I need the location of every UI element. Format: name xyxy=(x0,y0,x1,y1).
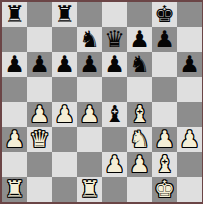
square-b4[interactable]: ♟ xyxy=(27,102,52,127)
white-bishop-g2[interactable]: ♝ xyxy=(154,152,175,177)
black-knight-f6[interactable]: ♞ xyxy=(129,52,150,77)
square-d4[interactable]: ♟ xyxy=(77,102,102,127)
square-d5[interactable] xyxy=(77,77,102,102)
square-a2[interactable] xyxy=(2,152,27,177)
square-h1[interactable] xyxy=(177,177,202,202)
white-knight-f3[interactable]: ♞ xyxy=(129,127,150,152)
square-b7[interactable] xyxy=(27,27,52,52)
white-pawn-b4[interactable]: ♟ xyxy=(29,102,50,127)
square-f5[interactable] xyxy=(127,77,152,102)
square-b2[interactable] xyxy=(27,152,52,177)
black-knight-d7[interactable]: ♞ xyxy=(79,27,100,52)
white-pawn-f2[interactable]: ♟ xyxy=(129,152,150,177)
black-pawn-a6[interactable]: ♟ xyxy=(4,52,25,77)
square-h8[interactable] xyxy=(177,2,202,27)
square-a3[interactable]: ♟ xyxy=(2,127,27,152)
square-b8[interactable] xyxy=(27,2,52,27)
black-pawn-g7[interactable]: ♟ xyxy=(154,27,175,52)
white-bishop-f4[interactable]: ♝ xyxy=(129,102,150,127)
square-e2[interactable]: ♟ xyxy=(102,152,127,177)
black-queen-e7[interactable]: ♛ xyxy=(104,27,125,52)
square-c3[interactable] xyxy=(52,127,77,152)
square-e1[interactable] xyxy=(102,177,127,202)
black-king-g8[interactable]: ♚ xyxy=(154,2,175,27)
black-pawn-f7[interactable]: ♟ xyxy=(129,27,150,52)
square-d1[interactable]: ♜ xyxy=(77,177,102,202)
black-rook-a8[interactable]: ♜ xyxy=(4,2,25,27)
chess-board: ♜♜♚♞♛♟♟♟♟♟♟♟♞♟♟♟♟♝♝♟♛♞♟♟♟♟♝♜♜♚ xyxy=(2,2,202,202)
white-pawn-e2[interactable]: ♟ xyxy=(104,152,125,177)
square-f1[interactable] xyxy=(127,177,152,202)
square-f3[interactable]: ♞ xyxy=(127,127,152,152)
square-g7[interactable]: ♟ xyxy=(152,27,177,52)
square-a5[interactable] xyxy=(2,77,27,102)
square-a8[interactable]: ♜ xyxy=(2,2,27,27)
square-h4[interactable] xyxy=(177,102,202,127)
square-g1[interactable]: ♚ xyxy=(152,177,177,202)
black-pawn-d6[interactable]: ♟ xyxy=(79,52,100,77)
board-frame: ♜♜♚♞♛♟♟♟♟♟♟♟♞♟♟♟♟♝♝♟♛♞♟♟♟♟♝♜♜♚ xyxy=(0,0,203,204)
square-c1[interactable] xyxy=(52,177,77,202)
black-pawn-e6[interactable]: ♟ xyxy=(104,52,125,77)
square-h3[interactable]: ♟ xyxy=(177,127,202,152)
square-h6[interactable]: ♟ xyxy=(177,52,202,77)
square-d8[interactable] xyxy=(77,2,102,27)
square-h7[interactable] xyxy=(177,27,202,52)
square-f6[interactable]: ♞ xyxy=(127,52,152,77)
square-a6[interactable]: ♟ xyxy=(2,52,27,77)
white-pawn-c4[interactable]: ♟ xyxy=(54,102,75,127)
square-f7[interactable]: ♟ xyxy=(127,27,152,52)
black-rook-c8[interactable]: ♜ xyxy=(54,2,75,27)
square-g4[interactable] xyxy=(152,102,177,127)
square-b6[interactable]: ♟ xyxy=(27,52,52,77)
square-d7[interactable]: ♞ xyxy=(77,27,102,52)
square-g2[interactable]: ♝ xyxy=(152,152,177,177)
square-b3[interactable]: ♛ xyxy=(27,127,52,152)
white-pawn-g3[interactable]: ♟ xyxy=(154,127,175,152)
white-pawn-h3[interactable]: ♟ xyxy=(179,127,200,152)
black-pawn-b6[interactable]: ♟ xyxy=(29,52,50,77)
square-c8[interactable]: ♜ xyxy=(52,2,77,27)
white-rook-d1[interactable]: ♜ xyxy=(79,177,100,202)
square-c5[interactable] xyxy=(52,77,77,102)
square-g5[interactable] xyxy=(152,77,177,102)
square-d6[interactable]: ♟ xyxy=(77,52,102,77)
square-c4[interactable]: ♟ xyxy=(52,102,77,127)
square-c7[interactable] xyxy=(52,27,77,52)
black-pawn-h6[interactable]: ♟ xyxy=(179,52,200,77)
square-f8[interactable] xyxy=(127,2,152,27)
square-h5[interactable] xyxy=(177,77,202,102)
white-pawn-d4[interactable]: ♟ xyxy=(79,102,100,127)
square-g3[interactable]: ♟ xyxy=(152,127,177,152)
square-e3[interactable] xyxy=(102,127,127,152)
square-d3[interactable] xyxy=(77,127,102,152)
white-queen-b3[interactable]: ♛ xyxy=(29,127,50,152)
square-a1[interactable]: ♜ xyxy=(2,177,27,202)
square-b1[interactable] xyxy=(27,177,52,202)
square-b5[interactable] xyxy=(27,77,52,102)
square-c6[interactable]: ♟ xyxy=(52,52,77,77)
square-g6[interactable] xyxy=(152,52,177,77)
square-e7[interactable]: ♛ xyxy=(102,27,127,52)
square-c2[interactable] xyxy=(52,152,77,177)
square-d2[interactable] xyxy=(77,152,102,177)
square-h2[interactable] xyxy=(177,152,202,177)
square-f2[interactable]: ♟ xyxy=(127,152,152,177)
white-rook-a1[interactable]: ♜ xyxy=(4,177,25,202)
square-a7[interactable] xyxy=(2,27,27,52)
square-f4[interactable]: ♝ xyxy=(127,102,152,127)
square-e5[interactable] xyxy=(102,77,127,102)
square-a4[interactable] xyxy=(2,102,27,127)
black-pawn-c6[interactable]: ♟ xyxy=(54,52,75,77)
white-king-g1[interactable]: ♚ xyxy=(154,177,175,202)
white-pawn-a3[interactable]: ♟ xyxy=(4,127,25,152)
square-g8[interactable]: ♚ xyxy=(152,2,177,27)
square-e6[interactable]: ♟ xyxy=(102,52,127,77)
square-e8[interactable] xyxy=(102,2,127,27)
black-bishop-e4[interactable]: ♝ xyxy=(104,102,125,127)
square-e4[interactable]: ♝ xyxy=(102,102,127,127)
